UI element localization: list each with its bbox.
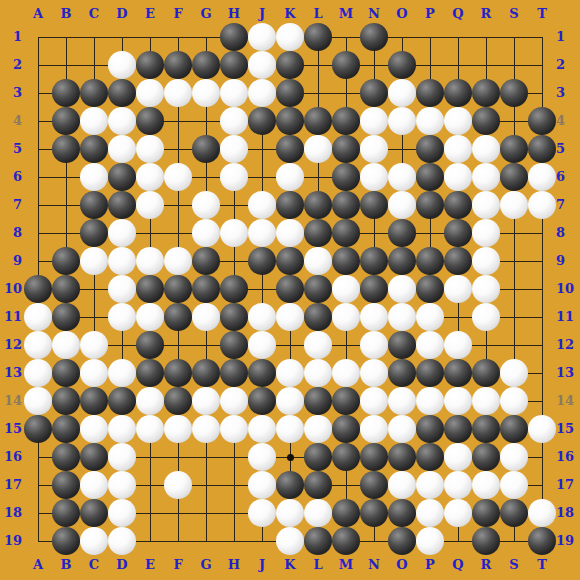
row-label-right-13: 13 <box>556 365 578 381</box>
black-stone-S5[interactable] <box>500 135 528 163</box>
white-stone-D9[interactable] <box>108 247 136 275</box>
black-stone-C8[interactable] <box>80 219 108 247</box>
white-stone-D4[interactable] <box>108 107 136 135</box>
black-stone-C18[interactable] <box>80 499 108 527</box>
black-stone-N17[interactable] <box>360 471 388 499</box>
black-stone-L10[interactable] <box>304 275 332 303</box>
white-stone-L13[interactable] <box>304 359 332 387</box>
white-stone-A13[interactable] <box>24 359 52 387</box>
column-label-top-T: T <box>534 6 550 22</box>
white-stone-Q6[interactable] <box>444 163 472 191</box>
white-stone-B12[interactable] <box>52 331 80 359</box>
white-stone-C4[interactable] <box>80 107 108 135</box>
white-stone-Q5[interactable] <box>444 135 472 163</box>
black-stone-F13[interactable] <box>164 359 192 387</box>
black-stone-C16[interactable] <box>80 443 108 471</box>
white-stone-N15[interactable] <box>360 415 388 443</box>
black-stone-E12[interactable] <box>136 331 164 359</box>
black-stone-K9[interactable] <box>276 247 304 275</box>
white-stone-J15[interactable] <box>248 415 276 443</box>
black-stone-J4[interactable] <box>248 107 276 135</box>
black-stone-T5[interactable] <box>528 135 556 163</box>
black-stone-P3[interactable] <box>416 79 444 107</box>
black-stone-A10[interactable] <box>24 275 52 303</box>
black-stone-O18[interactable] <box>388 499 416 527</box>
black-stone-T4[interactable] <box>528 107 556 135</box>
column-label-top-H: H <box>226 6 242 22</box>
black-stone-J9[interactable] <box>248 247 276 275</box>
black-stone-R16[interactable] <box>472 443 500 471</box>
white-stone-N6[interactable] <box>360 163 388 191</box>
black-stone-M14[interactable] <box>332 387 360 415</box>
white-stone-T18[interactable] <box>528 499 556 527</box>
white-stone-C19[interactable] <box>80 527 108 555</box>
black-stone-P16[interactable] <box>416 443 444 471</box>
row-label-left-19: 19 <box>2 533 22 549</box>
white-stone-T15[interactable] <box>528 415 556 443</box>
black-stone-D7[interactable] <box>108 191 136 219</box>
white-stone-D17[interactable] <box>108 471 136 499</box>
white-stone-L15[interactable] <box>304 415 332 443</box>
black-stone-B3[interactable] <box>52 79 80 107</box>
row-label-left-11: 11 <box>2 309 22 325</box>
white-stone-D11[interactable] <box>108 303 136 331</box>
black-stone-L16[interactable] <box>304 443 332 471</box>
white-stone-O4[interactable] <box>388 107 416 135</box>
white-stone-E6[interactable] <box>136 163 164 191</box>
white-stone-K8[interactable] <box>276 219 304 247</box>
white-stone-T6[interactable] <box>528 163 556 191</box>
black-stone-S18[interactable] <box>500 499 528 527</box>
black-stone-M5[interactable] <box>332 135 360 163</box>
white-stone-O17[interactable] <box>388 471 416 499</box>
white-stone-J7[interactable] <box>248 191 276 219</box>
black-stone-N18[interactable] <box>360 499 388 527</box>
white-stone-J3[interactable] <box>248 79 276 107</box>
white-stone-C17[interactable] <box>80 471 108 499</box>
black-stone-O16[interactable] <box>388 443 416 471</box>
black-stone-M9[interactable] <box>332 247 360 275</box>
black-stone-D6[interactable] <box>108 163 136 191</box>
white-stone-G3[interactable] <box>192 79 220 107</box>
black-stone-O2[interactable] <box>388 51 416 79</box>
white-stone-E14[interactable] <box>136 387 164 415</box>
white-stone-H4[interactable] <box>220 107 248 135</box>
row-label-right-7: 7 <box>556 197 578 213</box>
black-stone-C3[interactable] <box>80 79 108 107</box>
black-stone-Q8[interactable] <box>444 219 472 247</box>
black-stone-B11[interactable] <box>52 303 80 331</box>
white-stone-Q4[interactable] <box>444 107 472 135</box>
white-stone-K15[interactable] <box>276 415 304 443</box>
white-stone-P19[interactable] <box>416 527 444 555</box>
white-stone-J1[interactable] <box>248 23 276 51</box>
column-label-bottom-H: H <box>226 557 242 573</box>
black-stone-P13[interactable] <box>416 359 444 387</box>
white-stone-Q14[interactable] <box>444 387 472 415</box>
white-stone-R14[interactable] <box>472 387 500 415</box>
black-stone-C7[interactable] <box>80 191 108 219</box>
black-stone-H10[interactable] <box>220 275 248 303</box>
white-stone-D18[interactable] <box>108 499 136 527</box>
column-label-top-O: O <box>394 6 410 22</box>
white-stone-S14[interactable] <box>500 387 528 415</box>
white-stone-H3[interactable] <box>220 79 248 107</box>
row-label-right-16: 16 <box>556 449 578 465</box>
white-stone-S7[interactable] <box>500 191 528 219</box>
black-stone-B13[interactable] <box>52 359 80 387</box>
white-stone-C12[interactable] <box>80 331 108 359</box>
column-label-top-N: N <box>366 6 382 22</box>
white-stone-P14[interactable] <box>416 387 444 415</box>
white-stone-O15[interactable] <box>388 415 416 443</box>
row-label-left-9: 9 <box>2 253 22 269</box>
black-stone-L14[interactable] <box>304 387 332 415</box>
black-stone-C14[interactable] <box>80 387 108 415</box>
white-stone-O3[interactable] <box>388 79 416 107</box>
white-stone-N13[interactable] <box>360 359 388 387</box>
white-stone-J11[interactable] <box>248 303 276 331</box>
white-stone-Q10[interactable] <box>444 275 472 303</box>
black-stone-G2[interactable] <box>192 51 220 79</box>
white-stone-E9[interactable] <box>136 247 164 275</box>
white-stone-K19[interactable] <box>276 527 304 555</box>
white-stone-D19[interactable] <box>108 527 136 555</box>
white-stone-C15[interactable] <box>80 415 108 443</box>
white-stone-K14[interactable] <box>276 387 304 415</box>
white-stone-K18[interactable] <box>276 499 304 527</box>
white-stone-P4[interactable] <box>416 107 444 135</box>
black-stone-N3[interactable] <box>360 79 388 107</box>
black-stone-O13[interactable] <box>388 359 416 387</box>
white-stone-L18[interactable] <box>304 499 332 527</box>
black-stone-J13[interactable] <box>248 359 276 387</box>
black-stone-N9[interactable] <box>360 247 388 275</box>
white-stone-E7[interactable] <box>136 191 164 219</box>
white-stone-H14[interactable] <box>220 387 248 415</box>
black-stone-S3[interactable] <box>500 79 528 107</box>
white-stone-D8[interactable] <box>108 219 136 247</box>
black-stone-E10[interactable] <box>136 275 164 303</box>
star-point-K16 <box>287 454 294 461</box>
white-stone-L5[interactable] <box>304 135 332 163</box>
row-label-left-6: 6 <box>2 169 22 185</box>
row-label-left-7: 7 <box>2 197 22 213</box>
black-stone-Q15[interactable] <box>444 415 472 443</box>
black-stone-B18[interactable] <box>52 499 80 527</box>
white-stone-O6[interactable] <box>388 163 416 191</box>
black-stone-S6[interactable] <box>500 163 528 191</box>
white-stone-E15[interactable] <box>136 415 164 443</box>
row-label-right-9: 9 <box>556 253 578 269</box>
black-stone-P7[interactable] <box>416 191 444 219</box>
column-label-bottom-L: L <box>310 557 326 573</box>
black-stone-O19[interactable] <box>388 527 416 555</box>
black-stone-B4[interactable] <box>52 107 80 135</box>
white-stone-O7[interactable] <box>388 191 416 219</box>
black-stone-G5[interactable] <box>192 135 220 163</box>
black-stone-G10[interactable] <box>192 275 220 303</box>
black-stone-Q3[interactable] <box>444 79 472 107</box>
black-stone-N1[interactable] <box>360 23 388 51</box>
white-stone-H5[interactable] <box>220 135 248 163</box>
column-label-top-J: J <box>254 6 270 22</box>
white-stone-D16[interactable] <box>108 443 136 471</box>
white-stone-R11[interactable] <box>472 303 500 331</box>
black-stone-T19[interactable] <box>528 527 556 555</box>
white-stone-N5[interactable] <box>360 135 388 163</box>
row-label-left-3: 3 <box>2 85 22 101</box>
white-stone-A12[interactable] <box>24 331 52 359</box>
white-stone-A11[interactable] <box>24 303 52 331</box>
black-stone-L17[interactable] <box>304 471 332 499</box>
white-stone-Q16[interactable] <box>444 443 472 471</box>
white-stone-K13[interactable] <box>276 359 304 387</box>
white-stone-K6[interactable] <box>276 163 304 191</box>
black-stone-B14[interactable] <box>52 387 80 415</box>
white-stone-F17[interactable] <box>164 471 192 499</box>
black-stone-M8[interactable] <box>332 219 360 247</box>
white-stone-F6[interactable] <box>164 163 192 191</box>
white-stone-E3[interactable] <box>136 79 164 107</box>
white-stone-F3[interactable] <box>164 79 192 107</box>
white-stone-J17[interactable] <box>248 471 276 499</box>
black-stone-H11[interactable] <box>220 303 248 331</box>
white-stone-H8[interactable] <box>220 219 248 247</box>
white-stone-E5[interactable] <box>136 135 164 163</box>
black-stone-L11[interactable] <box>304 303 332 331</box>
row-label-left-2: 2 <box>2 57 22 73</box>
black-stone-M15[interactable] <box>332 415 360 443</box>
black-stone-K3[interactable] <box>276 79 304 107</box>
black-stone-H13[interactable] <box>220 359 248 387</box>
black-stone-K5[interactable] <box>276 135 304 163</box>
column-label-bottom-K: K <box>282 557 298 573</box>
column-label-top-L: L <box>310 6 326 22</box>
black-stone-R18[interactable] <box>472 499 500 527</box>
white-stone-P12[interactable] <box>416 331 444 359</box>
black-stone-M2[interactable] <box>332 51 360 79</box>
white-stone-G7[interactable] <box>192 191 220 219</box>
black-stone-Q9[interactable] <box>444 247 472 275</box>
black-stone-E2[interactable] <box>136 51 164 79</box>
black-stone-K2[interactable] <box>276 51 304 79</box>
white-stone-D2[interactable] <box>108 51 136 79</box>
white-stone-K11[interactable] <box>276 303 304 331</box>
white-stone-R17[interactable] <box>472 471 500 499</box>
white-stone-S17[interactable] <box>500 471 528 499</box>
black-stone-L8[interactable] <box>304 219 332 247</box>
white-stone-C13[interactable] <box>80 359 108 387</box>
column-label-bottom-R: R <box>478 557 494 573</box>
column-label-top-B: B <box>58 6 74 22</box>
black-stone-M18[interactable] <box>332 499 360 527</box>
black-stone-O9[interactable] <box>388 247 416 275</box>
black-stone-F2[interactable] <box>164 51 192 79</box>
column-label-top-G: G <box>198 6 214 22</box>
black-stone-Q13[interactable] <box>444 359 472 387</box>
white-stone-G8[interactable] <box>192 219 220 247</box>
column-label-top-M: M <box>338 6 354 22</box>
black-stone-L1[interactable] <box>304 23 332 51</box>
white-stone-S13[interactable] <box>500 359 528 387</box>
black-stone-M19[interactable] <box>332 527 360 555</box>
white-stone-M11[interactable] <box>332 303 360 331</box>
black-stone-N7[interactable] <box>360 191 388 219</box>
column-label-bottom-M: M <box>338 557 354 573</box>
black-stone-M7[interactable] <box>332 191 360 219</box>
white-stone-N14[interactable] <box>360 387 388 415</box>
black-stone-F10[interactable] <box>164 275 192 303</box>
white-stone-P18[interactable] <box>416 499 444 527</box>
black-stone-C5[interactable] <box>80 135 108 163</box>
black-stone-M4[interactable] <box>332 107 360 135</box>
white-stone-R10[interactable] <box>472 275 500 303</box>
white-stone-D10[interactable] <box>108 275 136 303</box>
white-stone-O10[interactable] <box>388 275 416 303</box>
white-stone-O11[interactable] <box>388 303 416 331</box>
white-stone-R8[interactable] <box>472 219 500 247</box>
white-stone-J18[interactable] <box>248 499 276 527</box>
black-stone-G9[interactable] <box>192 247 220 275</box>
black-stone-M16[interactable] <box>332 443 360 471</box>
row-label-right-1: 1 <box>556 29 578 45</box>
column-label-bottom-Q: Q <box>450 557 466 573</box>
black-stone-D14[interactable] <box>108 387 136 415</box>
row-label-right-17: 17 <box>556 477 578 493</box>
white-stone-E11[interactable] <box>136 303 164 331</box>
black-stone-B17[interactable] <box>52 471 80 499</box>
white-stone-J2[interactable] <box>248 51 276 79</box>
black-stone-K17[interactable] <box>276 471 304 499</box>
white-stone-P11[interactable] <box>416 303 444 331</box>
white-stone-G14[interactable] <box>192 387 220 415</box>
black-stone-A15[interactable] <box>24 415 52 443</box>
black-stone-F14[interactable] <box>164 387 192 415</box>
white-stone-N12[interactable] <box>360 331 388 359</box>
black-stone-Q7[interactable] <box>444 191 472 219</box>
white-stone-K1[interactable] <box>276 23 304 51</box>
black-stone-B10[interactable] <box>52 275 80 303</box>
black-stone-E4[interactable] <box>136 107 164 135</box>
black-stone-O8[interactable] <box>388 219 416 247</box>
white-stone-J16[interactable] <box>248 443 276 471</box>
column-label-bottom-F: F <box>170 557 186 573</box>
white-stone-T7[interactable] <box>528 191 556 219</box>
black-stone-M6[interactable] <box>332 163 360 191</box>
white-stone-J12[interactable] <box>248 331 276 359</box>
column-label-top-D: D <box>114 6 130 22</box>
white-stone-G11[interactable] <box>192 303 220 331</box>
black-stone-K4[interactable] <box>276 107 304 135</box>
black-stone-L19[interactable] <box>304 527 332 555</box>
column-label-bottom-A: A <box>30 557 46 573</box>
white-stone-N4[interactable] <box>360 107 388 135</box>
black-stone-L7[interactable] <box>304 191 332 219</box>
black-stone-H12[interactable] <box>220 331 248 359</box>
column-label-top-F: F <box>170 6 186 22</box>
white-stone-Q18[interactable] <box>444 499 472 527</box>
white-stone-F15[interactable] <box>164 415 192 443</box>
black-stone-B16[interactable] <box>52 443 80 471</box>
row-label-right-12: 12 <box>556 337 578 353</box>
black-stone-R19[interactable] <box>472 527 500 555</box>
black-stone-J14[interactable] <box>248 387 276 415</box>
black-stone-D3[interactable] <box>108 79 136 107</box>
white-stone-R5[interactable] <box>472 135 500 163</box>
white-stone-D15[interactable] <box>108 415 136 443</box>
white-stone-D13[interactable] <box>108 359 136 387</box>
white-stone-N11[interactable] <box>360 303 388 331</box>
white-stone-P17[interactable] <box>416 471 444 499</box>
black-stone-L4[interactable] <box>304 107 332 135</box>
white-stone-A14[interactable] <box>24 387 52 415</box>
black-stone-R15[interactable] <box>472 415 500 443</box>
white-stone-R7[interactable] <box>472 191 500 219</box>
black-stone-P5[interactable] <box>416 135 444 163</box>
black-stone-K7[interactable] <box>276 191 304 219</box>
column-label-top-E: E <box>142 6 158 22</box>
black-stone-R4[interactable] <box>472 107 500 135</box>
white-stone-R6[interactable] <box>472 163 500 191</box>
white-stone-G15[interactable] <box>192 415 220 443</box>
white-stone-L9[interactable] <box>304 247 332 275</box>
white-stone-Q12[interactable] <box>444 331 472 359</box>
black-stone-B19[interactable] <box>52 527 80 555</box>
white-stone-M13[interactable] <box>332 359 360 387</box>
column-label-top-K: K <box>282 6 298 22</box>
black-stone-O12[interactable] <box>388 331 416 359</box>
black-stone-S15[interactable] <box>500 415 528 443</box>
white-stone-D5[interactable] <box>108 135 136 163</box>
black-stone-B5[interactable] <box>52 135 80 163</box>
black-stone-F11[interactable] <box>164 303 192 331</box>
white-stone-Q17[interactable] <box>444 471 472 499</box>
white-stone-R9[interactable] <box>472 247 500 275</box>
column-label-bottom-N: N <box>366 557 382 573</box>
black-stone-G13[interactable] <box>192 359 220 387</box>
black-stone-E13[interactable] <box>136 359 164 387</box>
black-stone-K10[interactable] <box>276 275 304 303</box>
black-stone-H2[interactable] <box>220 51 248 79</box>
black-stone-R13[interactable] <box>472 359 500 387</box>
white-stone-S16[interactable] <box>500 443 528 471</box>
black-stone-P9[interactable] <box>416 247 444 275</box>
column-label-bottom-E: E <box>142 557 158 573</box>
black-stone-N16[interactable] <box>360 443 388 471</box>
column-label-bottom-O: O <box>394 557 410 573</box>
black-stone-R3[interactable] <box>472 79 500 107</box>
white-stone-C6[interactable] <box>80 163 108 191</box>
white-stone-L12[interactable] <box>304 331 332 359</box>
white-stone-H15[interactable] <box>220 415 248 443</box>
black-stone-B15[interactable] <box>52 415 80 443</box>
row-label-right-2: 2 <box>556 57 578 73</box>
white-stone-O14[interactable] <box>388 387 416 415</box>
black-stone-P6[interactable] <box>416 163 444 191</box>
white-stone-M10[interactable] <box>332 275 360 303</box>
black-stone-P10[interactable] <box>416 275 444 303</box>
black-stone-P15[interactable] <box>416 415 444 443</box>
black-stone-N10[interactable] <box>360 275 388 303</box>
white-stone-F9[interactable] <box>164 247 192 275</box>
white-stone-H6[interactable] <box>220 163 248 191</box>
column-label-top-R: R <box>478 6 494 22</box>
white-stone-C9[interactable] <box>80 247 108 275</box>
black-stone-B9[interactable] <box>52 247 80 275</box>
black-stone-H1[interactable] <box>220 23 248 51</box>
white-stone-J8[interactable] <box>248 219 276 247</box>
